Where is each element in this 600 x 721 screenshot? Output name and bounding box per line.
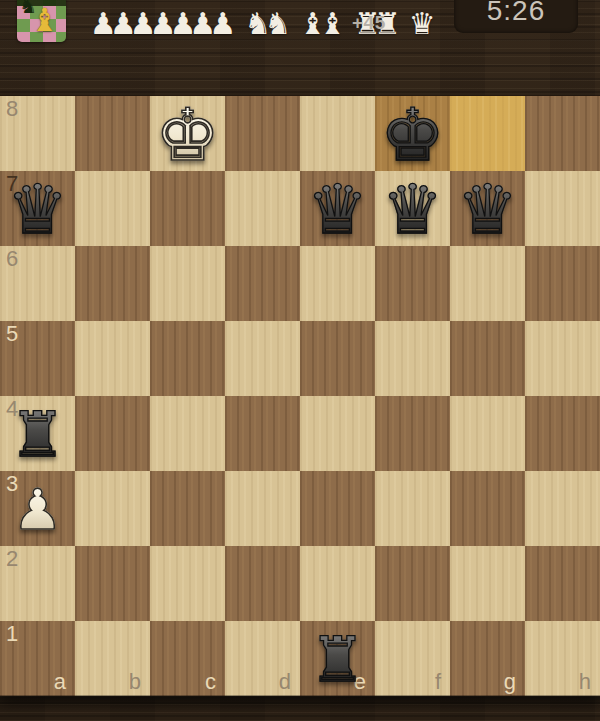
square-g6[interactable]: [450, 246, 525, 321]
square-e3[interactable]: [300, 471, 375, 546]
file-label-c: c: [205, 671, 216, 693]
square-g3[interactable]: [450, 471, 525, 546]
square-b8[interactable]: [75, 96, 150, 171]
file-label-f: f: [435, 671, 441, 693]
chess-board[interactable]: 8♚♚7♛♛♛♛654♜3♟21abcde♜fgh: [0, 95, 600, 696]
piece-black-rook-a4[interactable]: ♜: [0, 396, 75, 471]
square-g2[interactable]: [450, 546, 525, 621]
square-d4[interactable]: [225, 396, 300, 471]
square-a5[interactable]: 5: [0, 321, 75, 396]
rank-label-6: 6: [6, 248, 18, 270]
square-e8[interactable]: [300, 96, 375, 171]
file-label-b: b: [129, 671, 141, 693]
captured-knight-icon: ♞: [264, 6, 291, 42]
square-c8[interactable]: ♚: [150, 96, 225, 171]
square-a6[interactable]: 6: [0, 246, 75, 321]
square-d5[interactable]: [225, 321, 300, 396]
rank-label-8: 8: [6, 98, 18, 120]
game-clock-value: 5:26: [487, 0, 546, 27]
piece-black-king-f8[interactable]: ♚: [375, 96, 450, 171]
square-g8[interactable]: [450, 96, 525, 171]
square-d8[interactable]: [225, 96, 300, 171]
square-h3[interactable]: [525, 471, 600, 546]
square-b3[interactable]: [75, 471, 150, 546]
piece-black-queen-f7[interactable]: ♛: [375, 171, 450, 246]
header-bar: ♞ ♝ ♟♟♟♟♟♟♟♞♞♝♝♜♜♛ +45 5:26: [0, 0, 600, 95]
captured-pawn-icon: ♟: [209, 6, 236, 42]
piece-white-king-c8[interactable]: ♚: [150, 96, 225, 171]
square-d6[interactable]: [225, 246, 300, 321]
square-g7[interactable]: ♛: [450, 171, 525, 246]
captured-queen-icon: ♛: [409, 6, 436, 42]
square-h1[interactable]: h: [525, 621, 600, 696]
square-e2[interactable]: [300, 546, 375, 621]
square-f3[interactable]: [375, 471, 450, 546]
square-e6[interactable]: [300, 246, 375, 321]
piece-black-queen-g7[interactable]: ♛: [450, 171, 525, 246]
square-g4[interactable]: [450, 396, 525, 471]
captured-bishop-icon: ♝: [319, 6, 346, 42]
square-b5[interactable]: [75, 321, 150, 396]
square-b2[interactable]: [75, 546, 150, 621]
square-b4[interactable]: [75, 396, 150, 471]
square-c3[interactable]: [150, 471, 225, 546]
square-h6[interactable]: [525, 246, 600, 321]
game-clock: 5:26: [454, 0, 578, 33]
square-a1[interactable]: 1a: [0, 621, 75, 696]
square-f2[interactable]: [375, 546, 450, 621]
file-label-g: g: [504, 671, 516, 693]
square-a7[interactable]: 7♛: [0, 171, 75, 246]
square-c5[interactable]: [150, 321, 225, 396]
square-d7[interactable]: [225, 171, 300, 246]
square-h4[interactable]: [525, 396, 600, 471]
square-e5[interactable]: [300, 321, 375, 396]
square-c2[interactable]: [150, 546, 225, 621]
square-b7[interactable]: [75, 171, 150, 246]
board-bottom-frame: [0, 695, 600, 721]
square-f7[interactable]: ♛: [375, 171, 450, 246]
avatar-bishop-icon: ♝: [30, 1, 59, 39]
piece-black-queen-a7[interactable]: ♛: [0, 171, 75, 246]
rank-label-5: 5: [6, 323, 18, 345]
square-c1[interactable]: c: [150, 621, 225, 696]
square-e1[interactable]: e♜: [300, 621, 375, 696]
square-h7[interactable]: [525, 171, 600, 246]
square-h2[interactable]: [525, 546, 600, 621]
file-label-d: d: [279, 671, 291, 693]
material-advantage: +45: [352, 12, 386, 34]
square-a8[interactable]: 8: [0, 96, 75, 171]
square-f6[interactable]: [375, 246, 450, 321]
file-label-h: h: [579, 671, 591, 693]
rank-label-2: 2: [6, 548, 18, 570]
square-b6[interactable]: [75, 246, 150, 321]
square-g5[interactable]: [450, 321, 525, 396]
square-d2[interactable]: [225, 546, 300, 621]
square-f1[interactable]: f: [375, 621, 450, 696]
square-b1[interactable]: b: [75, 621, 150, 696]
square-c6[interactable]: [150, 246, 225, 321]
square-f4[interactable]: [375, 396, 450, 471]
square-c7[interactable]: [150, 171, 225, 246]
square-g1[interactable]: g: [450, 621, 525, 696]
rank-label-1: 1: [6, 623, 18, 645]
piece-black-queen-e7[interactable]: ♛: [300, 171, 375, 246]
square-a4[interactable]: 4♜: [0, 396, 75, 471]
square-c4[interactable]: [150, 396, 225, 471]
square-a2[interactable]: 2: [0, 546, 75, 621]
square-a3[interactable]: 3♟: [0, 471, 75, 546]
square-h8[interactable]: [525, 96, 600, 171]
square-f8[interactable]: ♚: [375, 96, 450, 171]
piece-black-rook-e1[interactable]: ♜: [300, 621, 375, 696]
file-label-a: a: [54, 671, 66, 693]
square-d3[interactable]: [225, 471, 300, 546]
square-e7[interactable]: ♛: [300, 171, 375, 246]
avatar[interactable]: ♞ ♝: [17, 0, 66, 42]
square-e4[interactable]: [300, 396, 375, 471]
square-d1[interactable]: d: [225, 621, 300, 696]
piece-white-pawn-a3[interactable]: ♟: [0, 471, 75, 546]
square-f5[interactable]: [375, 321, 450, 396]
square-h5[interactable]: [525, 321, 600, 396]
